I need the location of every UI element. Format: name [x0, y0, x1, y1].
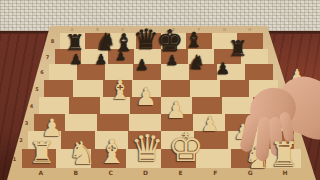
piece-w-d4[interactable]: ♟: [135, 85, 157, 109]
piece-b-c7[interactable]: ♟: [116, 50, 127, 62]
board-rank-4: [39, 97, 284, 114]
file-label-top-g: G: [223, 27, 226, 32]
piece-b-e7[interactable]: ♟: [166, 53, 179, 67]
square-b5[interactable]: [73, 80, 102, 97]
captured-white-pawn-on-table: ♟: [291, 67, 304, 81]
rank-label-1: 1: [13, 156, 16, 162]
square-h5[interactable]: [249, 80, 278, 97]
square-a5[interactable]: [44, 80, 73, 97]
piece-w-d1[interactable]: ♛: [130, 130, 163, 167]
rank-label-5: 5: [35, 86, 38, 92]
piece-w-c1[interactable]: ♝: [97, 135, 127, 168]
piece-w-e3[interactable]: ♟: [166, 99, 187, 122]
file-label-e: E: [178, 169, 182, 176]
rank-label-4: 4: [30, 103, 33, 109]
square-g5[interactable]: [220, 80, 249, 97]
piece-w-g1[interactable]: ♞: [244, 143, 271, 173]
square-b3[interactable]: [65, 114, 97, 131]
square-b4[interactable]: [69, 97, 100, 114]
piece-b-a7[interactable]: ♟: [70, 52, 83, 66]
file-label-a: A: [39, 169, 44, 176]
piece-b-f8[interactable]: ♝: [185, 30, 204, 51]
piece-b-b7[interactable]: ♟: [95, 52, 108, 66]
board-rank-5: [44, 80, 278, 97]
piece-b-f6[interactable]: ♞: [187, 52, 205, 72]
piece-w-e1[interactable]: ♚: [168, 127, 204, 167]
square-h3[interactable]: [257, 114, 289, 131]
square-h6[interactable]: [245, 64, 273, 80]
square-g4[interactable]: [222, 97, 253, 114]
piece-w-h1[interactable]: ♜: [269, 137, 299, 171]
file-label-f: F: [213, 169, 217, 176]
piece-b-h8[interactable]: ♜: [228, 38, 248, 60]
rank-label-8: 8: [51, 38, 54, 44]
square-f5[interactable]: [190, 80, 219, 97]
rank-label-6: 6: [40, 69, 43, 75]
piece-w-a1[interactable]: ♜: [29, 138, 56, 168]
rank-label-3: 3: [25, 120, 28, 126]
piece-b-d8[interactable]: ♛: [133, 26, 158, 54]
file-label-top-h: H: [248, 27, 251, 32]
piece-b-g6[interactable]: ♟: [216, 61, 230, 77]
square-a4[interactable]: [39, 97, 70, 114]
square-e5[interactable]: [161, 80, 190, 97]
piece-b-d6[interactable]: ♟: [135, 58, 148, 73]
piece-w-c4[interactable]: ♝: [108, 77, 131, 103]
square-h4[interactable]: [253, 97, 284, 114]
rank-label-7: 7: [46, 54, 49, 60]
piece-w-b1[interactable]: ♞: [68, 137, 97, 169]
square-c3[interactable]: [97, 114, 129, 131]
chess-scene: 87654321AABBCCDDEEFFGGHH ♜♞♝♛♚♝♜♟♟♟♟♟♞♟♝…: [0, 0, 320, 180]
rank-label-2: 2: [19, 137, 22, 143]
